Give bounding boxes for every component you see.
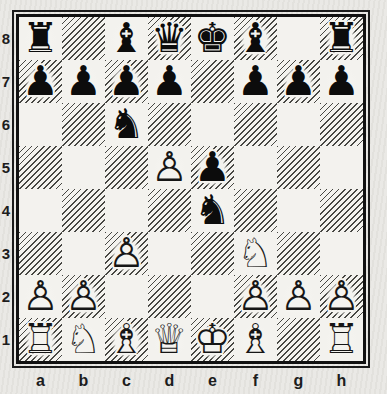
file-label-g: g [277,368,320,393]
file-label-h: h [320,368,363,393]
square-g3[interactable] [277,232,320,275]
rank-label-5: 5 [0,146,12,189]
square-h8[interactable]: ♜ [320,17,363,60]
rank-label-3: 3 [0,232,12,275]
square-f2[interactable]: ♙ [234,275,277,318]
square-f1[interactable]: ♗ [234,318,277,361]
square-g7[interactable]: ♟ [277,60,320,103]
square-c3[interactable]: ♙ [105,232,148,275]
square-f3[interactable]: ♘ [234,232,277,275]
square-a2[interactable]: ♙ [19,275,62,318]
board-frame: ♜♝♛♚♝♜♟♟♟♟♟♟♟♞♙♟♞♙♘♙♙♙♙♙♖♘♗♕♔♗♖ [12,10,370,368]
square-e5[interactable]: ♟ [191,146,234,189]
piece-white-pawn: ♙ [19,275,62,318]
square-a3[interactable] [19,232,62,275]
square-b8[interactable] [62,17,105,60]
square-f5[interactable] [234,146,277,189]
square-d7[interactable]: ♟ [148,60,191,103]
rank-label-2: 2 [0,275,12,318]
square-h5[interactable] [320,146,363,189]
square-c6[interactable]: ♞ [105,103,148,146]
square-b7[interactable]: ♟ [62,60,105,103]
square-h2[interactable]: ♙ [320,275,363,318]
square-h7[interactable]: ♟ [320,60,363,103]
piece-black-pawn: ♟ [277,60,320,103]
square-g1[interactable] [277,318,320,361]
rank-label-4: 4 [0,189,12,232]
square-b4[interactable] [62,189,105,232]
square-b5[interactable] [62,146,105,189]
file-label-c: c [105,368,148,393]
chess-board: ♜♝♛♚♝♜♟♟♟♟♟♟♟♞♙♟♞♙♘♙♙♙♙♙♖♘♗♕♔♗♖ [19,17,363,361]
square-d3[interactable] [148,232,191,275]
square-d4[interactable] [148,189,191,232]
piece-white-pawn: ♙ [105,232,148,275]
board-inner-frame: ♜♝♛♚♝♜♟♟♟♟♟♟♟♞♙♟♞♙♘♙♙♙♙♙♖♘♗♕♔♗♖ [16,14,366,364]
piece-white-king: ♔ [191,318,234,361]
piece-white-pawn: ♙ [277,275,320,318]
square-h3[interactable] [320,232,363,275]
square-b2[interactable]: ♙ [62,275,105,318]
rank-label-7: 7 [0,60,12,103]
square-c4[interactable] [105,189,148,232]
square-c2[interactable] [105,275,148,318]
square-g6[interactable] [277,103,320,146]
square-c8[interactable]: ♝ [105,17,148,60]
piece-black-rook: ♜ [19,17,62,60]
file-labels: a b c d e f g h [19,368,363,393]
square-g8[interactable] [277,17,320,60]
square-a5[interactable] [19,146,62,189]
piece-black-queen: ♛ [148,17,191,60]
square-d1[interactable]: ♕ [148,318,191,361]
square-a6[interactable] [19,103,62,146]
square-g5[interactable] [277,146,320,189]
piece-black-pawn: ♟ [19,60,62,103]
square-c7[interactable]: ♟ [105,60,148,103]
piece-white-knight: ♘ [234,232,277,275]
piece-black-rook: ♜ [320,17,363,60]
square-h6[interactable] [320,103,363,146]
chess-board-diagram: 8 7 6 5 4 3 2 1 ♜♝♛♚♝♜♟♟♟♟♟♟♟♞♙♟♞♙♘♙♙♙♙♙… [0,0,387,394]
square-e2[interactable] [191,275,234,318]
square-a8[interactable]: ♜ [19,17,62,60]
square-a1[interactable]: ♖ [19,318,62,361]
square-h1[interactable]: ♖ [320,318,363,361]
rank-labels: 8 7 6 5 4 3 2 1 [0,17,12,361]
file-label-b: b [62,368,105,393]
square-a4[interactable] [19,189,62,232]
piece-black-knight: ♞ [105,103,148,146]
piece-white-bishop: ♗ [105,318,148,361]
rank-label-6: 6 [0,103,12,146]
piece-black-bishop: ♝ [234,17,277,60]
rank-label-1: 1 [0,318,12,361]
file-label-d: d [148,368,191,393]
piece-black-pawn: ♟ [234,60,277,103]
square-a7[interactable]: ♟ [19,60,62,103]
square-e3[interactable] [191,232,234,275]
square-e4[interactable]: ♞ [191,189,234,232]
square-d5[interactable]: ♙ [148,146,191,189]
square-f8[interactable]: ♝ [234,17,277,60]
piece-white-rook: ♖ [19,318,62,361]
piece-black-knight: ♞ [191,189,234,232]
piece-black-pawn: ♟ [148,60,191,103]
square-c1[interactable]: ♗ [105,318,148,361]
piece-white-rook: ♖ [320,318,363,361]
square-b6[interactable] [62,103,105,146]
square-e8[interactable]: ♚ [191,17,234,60]
piece-white-knight: ♘ [62,318,105,361]
piece-black-king: ♚ [191,17,234,60]
piece-black-pawn: ♟ [105,60,148,103]
piece-white-bishop: ♗ [234,318,277,361]
square-e6[interactable] [191,103,234,146]
square-d8[interactable]: ♛ [148,17,191,60]
rank-label-8: 8 [0,17,12,60]
square-c5[interactable] [105,146,148,189]
piece-black-bishop: ♝ [105,17,148,60]
square-g2[interactable]: ♙ [277,275,320,318]
square-f6[interactable] [234,103,277,146]
piece-white-pawn: ♙ [320,275,363,318]
file-label-e: e [191,368,234,393]
square-f4[interactable] [234,189,277,232]
square-f7[interactable]: ♟ [234,60,277,103]
square-b1[interactable]: ♘ [62,318,105,361]
square-e7[interactable] [191,60,234,103]
file-label-a: a [19,368,62,393]
square-g4[interactable] [277,189,320,232]
square-d2[interactable] [148,275,191,318]
piece-white-pawn: ♙ [62,275,105,318]
piece-white-pawn: ♙ [234,275,277,318]
piece-white-queen: ♕ [148,318,191,361]
file-label-f: f [234,368,277,393]
square-d6[interactable] [148,103,191,146]
piece-black-pawn: ♟ [191,146,234,189]
piece-black-pawn: ♟ [62,60,105,103]
piece-black-pawn: ♟ [320,60,363,103]
piece-white-pawn: ♙ [148,146,191,189]
square-b3[interactable] [62,232,105,275]
square-e1[interactable]: ♔ [191,318,234,361]
square-h4[interactable] [320,189,363,232]
